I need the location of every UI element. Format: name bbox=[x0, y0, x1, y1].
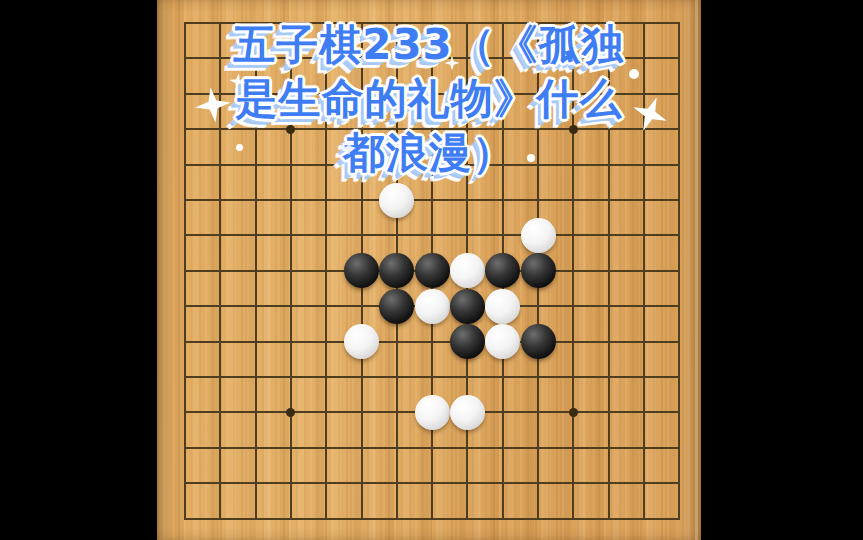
board-grid-hline bbox=[184, 341, 680, 343]
board-grid-vline bbox=[572, 22, 574, 520]
black-stone bbox=[485, 253, 520, 288]
white-stone bbox=[344, 324, 379, 359]
board-grid-vline bbox=[608, 22, 610, 520]
black-stone bbox=[379, 289, 414, 324]
white-stone bbox=[521, 218, 556, 253]
white-stone bbox=[415, 289, 450, 324]
video-frame: 五子棋233（《孤独 是生命的礼物》什么 都浪漫） bbox=[0, 0, 863, 540]
board-grid-hline bbox=[184, 518, 680, 520]
sparkle-icon bbox=[527, 154, 535, 162]
board-grid-hline bbox=[184, 482, 680, 484]
black-stone bbox=[344, 253, 379, 288]
board-grid-vline bbox=[643, 22, 645, 520]
star-point bbox=[286, 408, 295, 417]
black-stone bbox=[415, 253, 450, 288]
right-letterbox bbox=[701, 0, 863, 540]
white-stone bbox=[450, 253, 485, 288]
sparkle-icon bbox=[629, 69, 639, 79]
white-stone bbox=[485, 324, 520, 359]
sparkle-icon bbox=[236, 144, 243, 151]
black-stone bbox=[379, 253, 414, 288]
black-stone bbox=[450, 324, 485, 359]
black-stone bbox=[521, 324, 556, 359]
white-stone bbox=[485, 289, 520, 324]
white-stone bbox=[415, 395, 450, 430]
star-point bbox=[569, 125, 578, 134]
white-stone bbox=[379, 183, 414, 218]
board-grid-vline bbox=[678, 22, 680, 520]
left-letterbox bbox=[0, 0, 157, 540]
board-grid-hline bbox=[184, 447, 680, 449]
star-point bbox=[569, 408, 578, 417]
board-grid-hline bbox=[184, 376, 680, 378]
black-stone bbox=[450, 289, 485, 324]
black-stone bbox=[521, 253, 556, 288]
star-point bbox=[286, 125, 295, 134]
white-stone bbox=[450, 395, 485, 430]
